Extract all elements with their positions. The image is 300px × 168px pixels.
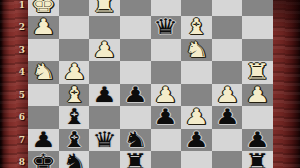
square-f2[interactable] — [89, 16, 120, 39]
piece-bP-c7: ♟ — [184, 129, 209, 151]
rank-label-8: 8 — [0, 157, 25, 167]
piece-wR-a4: ♜ — [245, 61, 270, 83]
square-d4[interactable] — [151, 61, 182, 84]
square-f3[interactable]: ♟ — [89, 39, 120, 62]
square-g7[interactable]: ♝ — [59, 129, 90, 152]
rank-label-6: 6 — [0, 112, 25, 122]
square-a3[interactable] — [242, 39, 273, 62]
square-h8[interactable]: ♚ — [28, 151, 59, 168]
square-g8[interactable]: ♞ — [59, 151, 90, 168]
square-f1[interactable]: ♜ — [89, 0, 120, 16]
square-h4[interactable]: ♞ — [28, 61, 59, 84]
square-c6[interactable]: ♟ — [181, 106, 212, 129]
square-e3[interactable] — [120, 39, 151, 62]
square-f6[interactable] — [89, 106, 120, 129]
square-d3[interactable] — [151, 39, 182, 62]
square-f7[interactable]: ♛ — [89, 129, 120, 152]
square-b8[interactable] — [212, 151, 243, 168]
piece-bN-e7: ♞ — [123, 129, 148, 151]
square-h5[interactable] — [28, 84, 59, 107]
square-a5[interactable]: ♟ — [242, 84, 273, 107]
square-d6[interactable]: ♟ — [151, 106, 182, 129]
square-g4[interactable]: ♟ — [59, 61, 90, 84]
square-c8[interactable] — [181, 151, 212, 168]
rank-label-5: 5 — [0, 90, 25, 100]
rank-label-7: 7 — [0, 135, 25, 145]
square-g1[interactable] — [59, 0, 90, 16]
piece-wB-c2: ♝ — [184, 16, 209, 38]
square-c4[interactable] — [181, 61, 212, 84]
piece-wP-d5: ♟ — [153, 84, 178, 106]
piece-wK-h1: ♚ — [31, 0, 56, 16]
square-a2[interactable] — [242, 16, 273, 39]
square-b7[interactable] — [212, 129, 243, 152]
square-b6[interactable]: ♟ — [212, 106, 243, 129]
square-e1[interactable] — [120, 0, 151, 16]
piece-wP-g4: ♟ — [62, 61, 87, 83]
square-b2[interactable] — [212, 16, 243, 39]
square-c1[interactable] — [181, 0, 212, 16]
piece-wP-b5: ♟ — [215, 84, 240, 106]
square-b3[interactable] — [212, 39, 243, 62]
piece-bP-h7: ♟ — [31, 129, 56, 151]
piece-wP-c6: ♟ — [184, 106, 209, 128]
piece-wN-h4: ♞ — [31, 61, 56, 83]
piece-bP-e5: ♟ — [123, 84, 148, 106]
square-c5[interactable] — [181, 84, 212, 107]
piece-bR-a8: ♜ — [245, 151, 270, 168]
piece-wP-a5: ♟ — [245, 84, 270, 106]
square-b5[interactable]: ♟ — [212, 84, 243, 107]
piece-bP-d6: ♟ — [153, 106, 178, 128]
piece-wB-g5: ♝ — [62, 84, 87, 106]
square-a6[interactable] — [242, 106, 273, 129]
square-h1[interactable]: ♚ — [28, 0, 59, 16]
piece-bB-g6: ♝ — [62, 106, 87, 128]
piece-bP-b6: ♟ — [215, 106, 240, 128]
square-a1[interactable] — [242, 0, 273, 16]
square-g3[interactable] — [59, 39, 90, 62]
piece-bB-g7: ♝ — [62, 129, 87, 151]
square-h6[interactable] — [28, 106, 59, 129]
square-a7[interactable]: ♟ — [242, 129, 273, 152]
square-f5[interactable]: ♟ — [89, 84, 120, 107]
square-g5[interactable]: ♝ — [59, 84, 90, 107]
square-c7[interactable]: ♟ — [181, 129, 212, 152]
square-e6[interactable] — [120, 106, 151, 129]
square-d7[interactable] — [151, 129, 182, 152]
square-c2[interactable]: ♝ — [181, 16, 212, 39]
rank-label-1: 1 — [0, 0, 25, 10]
square-c3[interactable]: ♞ — [181, 39, 212, 62]
rank-label-4: 4 — [0, 67, 25, 77]
square-h2[interactable]: ♟ — [28, 16, 59, 39]
piece-bN-g8: ♞ — [62, 151, 87, 168]
square-d1[interactable] — [151, 0, 182, 16]
square-e4[interactable] — [120, 61, 151, 84]
square-a8[interactable]: ♜ — [242, 151, 273, 168]
rank-label-3: 3 — [0, 45, 25, 55]
square-h7[interactable]: ♟ — [28, 129, 59, 152]
piece-bQ-f7: ♛ — [92, 129, 117, 151]
board-frame-right — [273, 0, 300, 168]
square-g2[interactable] — [59, 16, 90, 39]
square-d2[interactable]: ♛ — [151, 16, 182, 39]
piece-wP-h2: ♟ — [31, 16, 56, 38]
square-g6[interactable]: ♝ — [59, 106, 90, 129]
square-d5[interactable]: ♟ — [151, 84, 182, 107]
piece-bQ-d2: ♛ — [153, 16, 178, 38]
square-f8[interactable] — [89, 151, 120, 168]
piece-bK-h8: ♚ — [31, 151, 56, 168]
rank-label-2: 2 — [0, 22, 25, 32]
chess-app-window: ♚♜♟♛♝♟♞♞♟♜♝♟♟♟♟♟♝♟♟♟♟♝♛♞♟♟♚♞♜♜ 12345678 — [0, 0, 300, 168]
square-e7[interactable]: ♞ — [120, 129, 151, 152]
piece-wP-f3: ♟ — [92, 39, 117, 61]
piece-wN-c3: ♞ — [184, 39, 209, 61]
square-a4[interactable]: ♜ — [242, 61, 273, 84]
square-d8[interactable] — [151, 151, 182, 168]
piece-wR-f1: ♜ — [92, 0, 117, 16]
square-h3[interactable] — [28, 39, 59, 62]
square-e5[interactable]: ♟ — [120, 84, 151, 107]
piece-bR-e8: ♜ — [123, 151, 148, 168]
square-b1[interactable] — [212, 0, 243, 16]
square-f4[interactable] — [89, 61, 120, 84]
chess-board: ♚♜♟♛♝♟♞♞♟♜♝♟♟♟♟♟♝♟♟♟♟♝♛♞♟♟♚♞♜♜ — [28, 0, 273, 168]
square-b4[interactable] — [212, 61, 243, 84]
piece-bP-a7: ♟ — [245, 129, 270, 151]
square-e8[interactable]: ♜ — [120, 151, 151, 168]
piece-bP-f5: ♟ — [92, 84, 117, 106]
square-e2[interactable] — [120, 16, 151, 39]
